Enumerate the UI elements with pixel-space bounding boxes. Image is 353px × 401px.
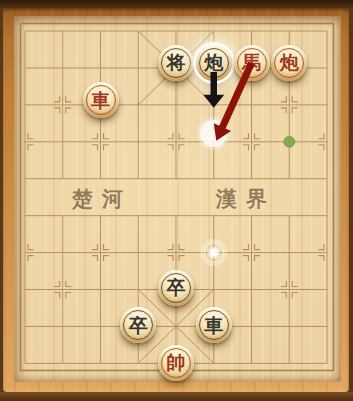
piece-red-horse[interactable]: 馬: [234, 45, 270, 81]
piece-black-cannon[interactable]: 炮: [196, 45, 232, 81]
piece-glyph: 炮: [204, 53, 223, 72]
piece-black-chariot[interactable]: 車: [196, 307, 232, 343]
xiangqi-game: 楚河 漢界 将炮炮馬車卒卒車帥: [0, 0, 353, 401]
piece-glyph: 馬: [242, 53, 261, 72]
bottom-dark-bar: [0, 392, 353, 401]
piece-black-soldier[interactable]: 卒: [158, 270, 194, 306]
piece-glyph: 卒: [167, 278, 186, 297]
piece-glyph: 車: [204, 316, 223, 335]
piece-glyph: 帥: [167, 353, 186, 372]
piece-glyph: 炮: [280, 53, 299, 72]
piece-glyph: 車: [91, 91, 110, 110]
piece-black-general[interactable]: 将: [158, 45, 194, 81]
piece-red-chariot[interactable]: 車: [83, 82, 119, 118]
piece-glyph: 将: [167, 53, 186, 72]
piece-red-general[interactable]: 帥: [158, 345, 194, 381]
piece-black-soldier[interactable]: 卒: [120, 307, 156, 343]
piece-glyph: 卒: [129, 316, 148, 335]
piece-red-cannon[interactable]: 炮: [271, 45, 307, 81]
pieces-layer: 将炮炮馬車卒卒車帥: [0, 0, 353, 401]
